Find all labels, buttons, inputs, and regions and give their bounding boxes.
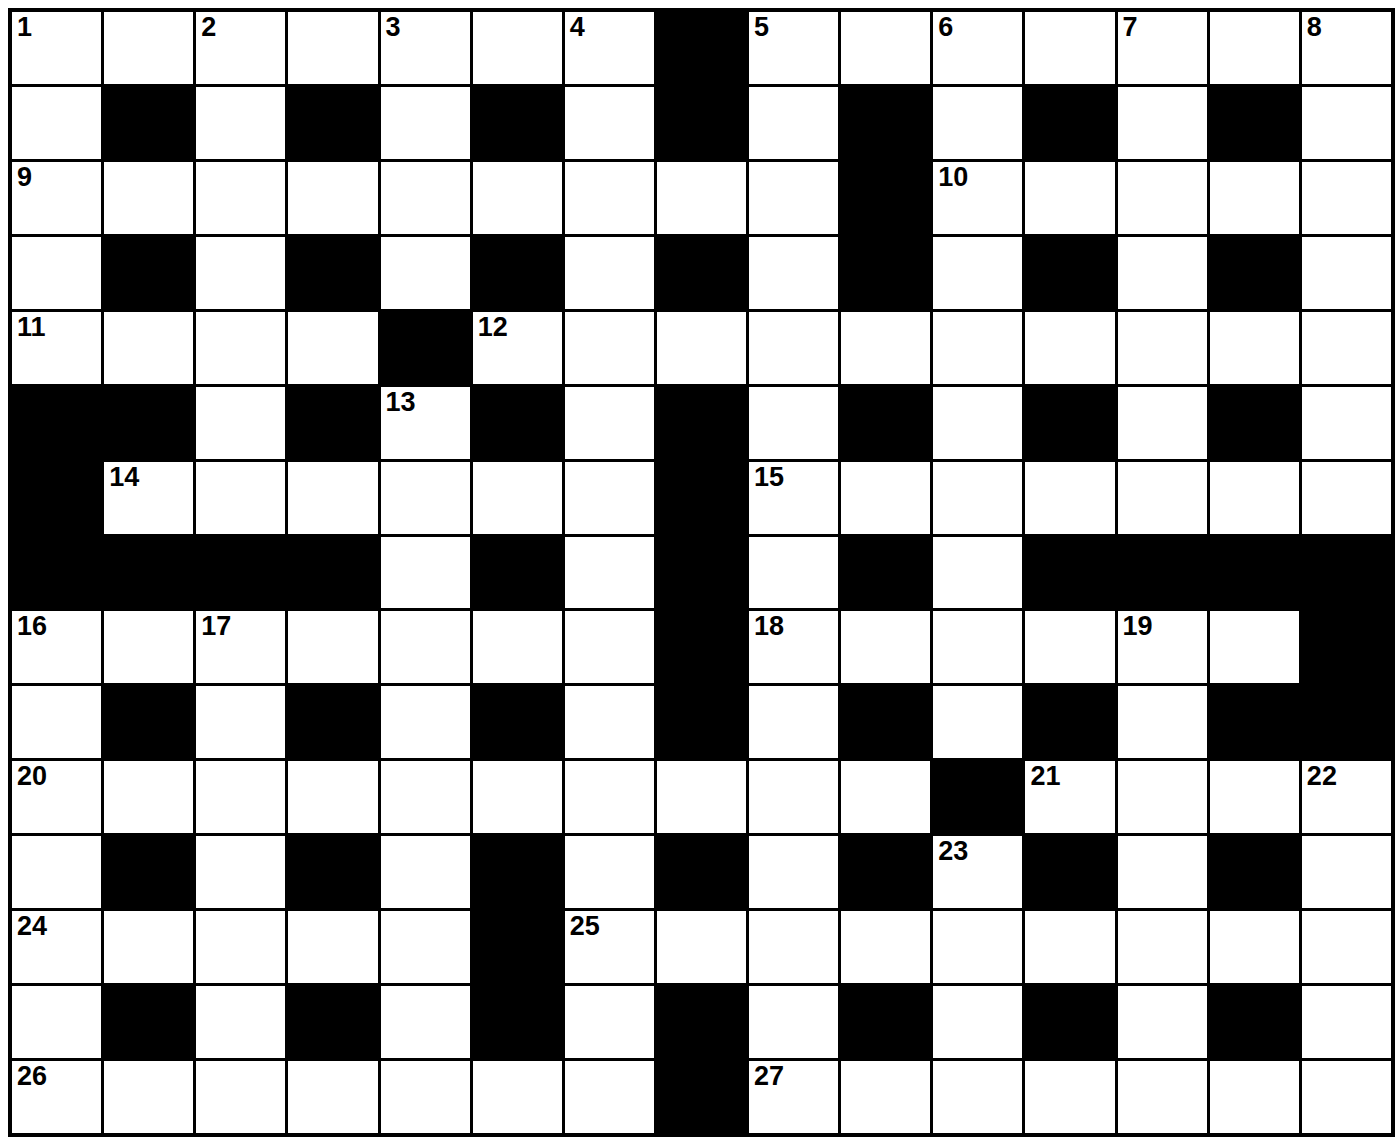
- clue-number-2: 2: [201, 14, 216, 41]
- cell-r8c10: [841, 537, 930, 609]
- cell-r5c14[interactable]: [1210, 312, 1299, 384]
- cell-r14c1[interactable]: [12, 986, 101, 1058]
- cell-r3c3[interactable]: [196, 162, 285, 234]
- cell-r12c6: [473, 836, 562, 908]
- cell-r4c15[interactable]: [1302, 237, 1391, 309]
- clue-number-1: 1: [17, 14, 32, 41]
- cell-r8c6: [473, 537, 562, 609]
- clue-number-24: 24: [17, 913, 47, 940]
- cell-r7c13[interactable]: [1118, 462, 1207, 534]
- cell-r7c7[interactable]: [565, 462, 654, 534]
- cell-r11c2[interactable]: [104, 761, 193, 833]
- cell-r13c10[interactable]: [841, 911, 930, 983]
- clue-number-21: 21: [1030, 763, 1060, 790]
- cell-r9c13[interactable]: 19: [1118, 611, 1207, 683]
- clue-number-19: 19: [1123, 613, 1153, 640]
- cell-r1c1[interactable]: 1: [12, 12, 101, 84]
- cell-r15c3[interactable]: [196, 1061, 285, 1133]
- cell-r1c2[interactable]: [104, 12, 193, 84]
- clue-number-14: 14: [109, 464, 139, 491]
- cell-r13c3[interactable]: [196, 911, 285, 983]
- cell-r10c15: [1302, 686, 1391, 758]
- cell-r13c13[interactable]: [1118, 911, 1207, 983]
- cell-r6c1: [12, 387, 101, 459]
- cell-r1c9[interactable]: 5: [749, 12, 838, 84]
- cell-r13c9[interactable]: [749, 911, 838, 983]
- cell-r15c13[interactable]: [1118, 1061, 1207, 1133]
- cell-r11c14[interactable]: [1210, 761, 1299, 833]
- cell-r6c3[interactable]: [196, 387, 285, 459]
- cell-r3c15[interactable]: [1302, 162, 1391, 234]
- cell-r13c2[interactable]: [104, 911, 193, 983]
- cell-r5c15[interactable]: [1302, 312, 1391, 384]
- cell-r12c14: [1210, 836, 1299, 908]
- cell-r8c12: [1025, 537, 1114, 609]
- cell-r15c11[interactable]: [933, 1061, 1022, 1133]
- cell-r8c13: [1118, 537, 1207, 609]
- cell-r14c15[interactable]: [1302, 986, 1391, 1058]
- cell-r6c6: [473, 387, 562, 459]
- cell-r11c10[interactable]: [841, 761, 930, 833]
- cell-r4c7[interactable]: [565, 237, 654, 309]
- cell-r11c5[interactable]: [381, 761, 470, 833]
- cell-r2c12: [1025, 87, 1114, 159]
- cell-r14c4: [288, 986, 377, 1058]
- crossword-grid: 1234567891011121314151617181920212223242…: [8, 8, 1395, 1137]
- cell-r15c1[interactable]: 26: [12, 1061, 101, 1133]
- cell-r9c12[interactable]: [1025, 611, 1114, 683]
- cell-r5c8[interactable]: [657, 312, 746, 384]
- cell-r12c8: [657, 836, 746, 908]
- cell-r10c2: [104, 686, 193, 758]
- clue-number-6: 6: [938, 14, 953, 41]
- cell-r12c3[interactable]: [196, 836, 285, 908]
- cell-r10c5[interactable]: [381, 686, 470, 758]
- cell-r14c13[interactable]: [1118, 986, 1207, 1058]
- cell-r9c8: [657, 611, 746, 683]
- cell-r13c4[interactable]: [288, 911, 377, 983]
- cell-r11c3[interactable]: [196, 761, 285, 833]
- cell-r2c2: [104, 87, 193, 159]
- cell-r5c7[interactable]: [565, 312, 654, 384]
- cell-r5c9[interactable]: [749, 312, 838, 384]
- cell-r9c3[interactable]: 17: [196, 611, 285, 683]
- cell-r10c10: [841, 686, 930, 758]
- cell-r2c15[interactable]: [1302, 87, 1391, 159]
- cell-r13c8[interactable]: [657, 911, 746, 983]
- cell-r4c1[interactable]: [12, 237, 101, 309]
- cell-r9c14[interactable]: [1210, 611, 1299, 683]
- cell-r2c14: [1210, 87, 1299, 159]
- cell-r7c11[interactable]: [933, 462, 1022, 534]
- cell-r2c4: [288, 87, 377, 159]
- cell-r15c5[interactable]: [381, 1061, 470, 1133]
- cell-r5c1[interactable]: 11: [12, 312, 101, 384]
- clue-number-5: 5: [754, 14, 769, 41]
- cell-r10c3[interactable]: [196, 686, 285, 758]
- cell-r15c7[interactable]: [565, 1061, 654, 1133]
- clue-number-15: 15: [754, 464, 784, 491]
- cell-r5c6[interactable]: 12: [473, 312, 562, 384]
- cell-r11c8[interactable]: [657, 761, 746, 833]
- cell-r2c6: [473, 87, 562, 159]
- cell-r1c6[interactable]: [473, 12, 562, 84]
- cell-r4c10: [841, 237, 930, 309]
- cell-r12c7[interactable]: [565, 836, 654, 908]
- cell-r4c11[interactable]: [933, 237, 1022, 309]
- cell-r15c15[interactable]: [1302, 1061, 1391, 1133]
- clue-number-4: 4: [570, 14, 585, 41]
- cell-r4c8: [657, 237, 746, 309]
- cell-r6c7[interactable]: [565, 387, 654, 459]
- cell-r8c4: [288, 537, 377, 609]
- cell-r6c10: [841, 387, 930, 459]
- cell-r6c12: [1025, 387, 1114, 459]
- cell-r10c4: [288, 686, 377, 758]
- cell-r3c4[interactable]: [288, 162, 377, 234]
- cell-r15c8: [657, 1061, 746, 1133]
- cell-r3c6[interactable]: [473, 162, 562, 234]
- cell-r1c4[interactable]: [288, 12, 377, 84]
- cell-r4c9[interactable]: [749, 237, 838, 309]
- cell-r9c2[interactable]: [104, 611, 193, 683]
- clue-number-25: 25: [570, 913, 600, 940]
- cell-r6c2: [104, 387, 193, 459]
- cell-r2c9[interactable]: [749, 87, 838, 159]
- cell-r12c11[interactable]: 23: [933, 836, 1022, 908]
- cell-r10c13[interactable]: [1118, 686, 1207, 758]
- cell-r14c7[interactable]: [565, 986, 654, 1058]
- cell-r14c10: [841, 986, 930, 1058]
- cell-r2c7[interactable]: [565, 87, 654, 159]
- cell-r5c13[interactable]: [1118, 312, 1207, 384]
- cell-r4c2: [104, 237, 193, 309]
- cell-r15c10[interactable]: [841, 1061, 930, 1133]
- cell-r2c1[interactable]: [12, 87, 101, 159]
- cell-r1c3[interactable]: 2: [196, 12, 285, 84]
- cell-r14c12: [1025, 986, 1114, 1058]
- cell-r7c3[interactable]: [196, 462, 285, 534]
- cell-r2c5[interactable]: [381, 87, 470, 159]
- cell-r6c14: [1210, 387, 1299, 459]
- cell-r5c5: [381, 312, 470, 384]
- cell-r2c11[interactable]: [933, 87, 1022, 159]
- cell-r14c8: [657, 986, 746, 1058]
- cell-r8c1: [12, 537, 101, 609]
- cell-r13c1[interactable]: 24: [12, 911, 101, 983]
- cell-r10c9[interactable]: [749, 686, 838, 758]
- cell-r15c9[interactable]: 27: [749, 1061, 838, 1133]
- clue-number-27: 27: [754, 1063, 784, 1090]
- cell-r5c2[interactable]: [104, 312, 193, 384]
- cell-r6c15[interactable]: [1302, 387, 1391, 459]
- cell-r3c2[interactable]: [104, 162, 193, 234]
- cell-r2c13[interactable]: [1118, 87, 1207, 159]
- cell-r12c1[interactable]: [12, 836, 101, 908]
- cell-r8c14: [1210, 537, 1299, 609]
- cell-r14c6: [473, 986, 562, 1058]
- cell-r11c7[interactable]: [565, 761, 654, 833]
- cell-r1c10[interactable]: [841, 12, 930, 84]
- cell-r4c13[interactable]: [1118, 237, 1207, 309]
- cell-r12c12: [1025, 836, 1114, 908]
- cell-r14c9[interactable]: [749, 986, 838, 1058]
- cell-r7c1: [12, 462, 101, 534]
- cell-r11c12[interactable]: 21: [1025, 761, 1114, 833]
- cell-r3c11[interactable]: 10: [933, 162, 1022, 234]
- cell-r9c6[interactable]: [473, 611, 562, 683]
- cell-r4c4: [288, 237, 377, 309]
- cell-r5c4[interactable]: [288, 312, 377, 384]
- cell-r13c12[interactable]: [1025, 911, 1114, 983]
- cell-r3c8[interactable]: [657, 162, 746, 234]
- cell-r1c7[interactable]: 4: [565, 12, 654, 84]
- cell-r10c6: [473, 686, 562, 758]
- cell-r13c11[interactable]: [933, 911, 1022, 983]
- cell-r14c14: [1210, 986, 1299, 1058]
- cell-r5c11[interactable]: [933, 312, 1022, 384]
- cell-r6c13[interactable]: [1118, 387, 1207, 459]
- cell-r8c15: [1302, 537, 1391, 609]
- cell-r1c8: [657, 12, 746, 84]
- clue-number-23: 23: [938, 838, 968, 865]
- cell-r1c12[interactable]: [1025, 12, 1114, 84]
- cell-r13c15[interactable]: [1302, 911, 1391, 983]
- cell-r8c5[interactable]: [381, 537, 470, 609]
- cell-r12c4: [288, 836, 377, 908]
- cell-r3c10: [841, 162, 930, 234]
- cell-r8c8: [657, 537, 746, 609]
- cell-r1c5[interactable]: 3: [381, 12, 470, 84]
- clue-number-11: 11: [17, 314, 46, 341]
- cell-r10c11[interactable]: [933, 686, 1022, 758]
- clue-number-20: 20: [17, 763, 47, 790]
- cell-r11c6[interactable]: [473, 761, 562, 833]
- cell-r4c6: [473, 237, 562, 309]
- cell-r5c12[interactable]: [1025, 312, 1114, 384]
- cell-r11c13[interactable]: [1118, 761, 1207, 833]
- cell-r9c7[interactable]: [565, 611, 654, 683]
- cell-r1c14[interactable]: [1210, 12, 1299, 84]
- cell-r7c12[interactable]: [1025, 462, 1114, 534]
- cell-r10c1[interactable]: [12, 686, 101, 758]
- cell-r11c9[interactable]: [749, 761, 838, 833]
- cell-r9c9[interactable]: 18: [749, 611, 838, 683]
- cell-r12c2: [104, 836, 193, 908]
- cell-r8c9[interactable]: [749, 537, 838, 609]
- cell-r6c5[interactable]: 13: [381, 387, 470, 459]
- clue-number-26: 26: [17, 1063, 47, 1090]
- cell-r7c6[interactable]: [473, 462, 562, 534]
- clue-number-16: 16: [17, 613, 47, 640]
- cell-r12c10: [841, 836, 930, 908]
- cell-r12c9[interactable]: [749, 836, 838, 908]
- cell-r2c8: [657, 87, 746, 159]
- cell-r7c4[interactable]: [288, 462, 377, 534]
- cell-r4c3[interactable]: [196, 237, 285, 309]
- cell-r15c6[interactable]: [473, 1061, 562, 1133]
- cell-r14c2: [104, 986, 193, 1058]
- cell-r2c10: [841, 87, 930, 159]
- cell-r5c3[interactable]: [196, 312, 285, 384]
- cell-r4c12: [1025, 237, 1114, 309]
- cell-r7c14[interactable]: [1210, 462, 1299, 534]
- cell-r9c5[interactable]: [381, 611, 470, 683]
- clue-number-18: 18: [754, 613, 784, 640]
- cell-r14c5[interactable]: [381, 986, 470, 1058]
- cell-r9c11[interactable]: [933, 611, 1022, 683]
- cell-r10c14: [1210, 686, 1299, 758]
- cell-r13c5[interactable]: [381, 911, 470, 983]
- cell-r5c10[interactable]: [841, 312, 930, 384]
- cell-r3c5[interactable]: [381, 162, 470, 234]
- clue-number-22: 22: [1307, 763, 1337, 790]
- cell-r12c5[interactable]: [381, 836, 470, 908]
- cell-r3c7[interactable]: [565, 162, 654, 234]
- cell-r4c14: [1210, 237, 1299, 309]
- cell-r3c1[interactable]: 9: [12, 162, 101, 234]
- cell-r6c8: [657, 387, 746, 459]
- cell-r8c11[interactable]: [933, 537, 1022, 609]
- cell-r9c1[interactable]: 16: [12, 611, 101, 683]
- cell-r11c1[interactable]: 20: [12, 761, 101, 833]
- cell-r3c14[interactable]: [1210, 162, 1299, 234]
- cell-r6c9[interactable]: [749, 387, 838, 459]
- cell-r3c13[interactable]: [1118, 162, 1207, 234]
- cell-r10c8: [657, 686, 746, 758]
- clue-number-9: 9: [17, 164, 32, 191]
- cell-r8c2: [104, 537, 193, 609]
- cell-r9c15: [1302, 611, 1391, 683]
- cell-r15c12[interactable]: [1025, 1061, 1114, 1133]
- cell-r13c6: [473, 911, 562, 983]
- clue-number-8: 8: [1307, 14, 1322, 41]
- cell-r15c2[interactable]: [104, 1061, 193, 1133]
- cell-r7c15[interactable]: [1302, 462, 1391, 534]
- cell-r6c4: [288, 387, 377, 459]
- cell-r7c9[interactable]: 15: [749, 462, 838, 534]
- cell-r1c13[interactable]: 7: [1118, 12, 1207, 84]
- cell-r13c14[interactable]: [1210, 911, 1299, 983]
- cell-r7c10[interactable]: [841, 462, 930, 534]
- cell-r7c5[interactable]: [381, 462, 470, 534]
- cell-r11c4[interactable]: [288, 761, 377, 833]
- clue-number-13: 13: [386, 389, 416, 416]
- cell-r14c3[interactable]: [196, 986, 285, 1058]
- cell-r9c10[interactable]: [841, 611, 930, 683]
- cell-r15c14[interactable]: [1210, 1061, 1299, 1133]
- cell-r4c5[interactable]: [381, 237, 470, 309]
- cell-r9c4[interactable]: [288, 611, 377, 683]
- cell-r7c2[interactable]: 14: [104, 462, 193, 534]
- cell-r7c8: [657, 462, 746, 534]
- cell-r10c12: [1025, 686, 1114, 758]
- clue-number-10: 10: [938, 164, 968, 191]
- clue-number-17: 17: [201, 613, 231, 640]
- clue-number-7: 7: [1123, 14, 1138, 41]
- cell-r3c9[interactable]: [749, 162, 838, 234]
- cell-r6c11[interactable]: [933, 387, 1022, 459]
- clue-number-12: 12: [478, 314, 508, 341]
- cell-r1c15[interactable]: 8: [1302, 12, 1391, 84]
- cell-r8c3: [196, 537, 285, 609]
- cell-r11c15[interactable]: 22: [1302, 761, 1391, 833]
- cell-r12c13[interactable]: [1118, 836, 1207, 908]
- clue-number-3: 3: [386, 14, 401, 41]
- cell-r2c3[interactable]: [196, 87, 285, 159]
- cell-r1c11[interactable]: 6: [933, 12, 1022, 84]
- cell-r14c11[interactable]: [933, 986, 1022, 1058]
- cell-r12c15[interactable]: [1302, 836, 1391, 908]
- cell-r11c11: [933, 761, 1022, 833]
- cell-r13c7[interactable]: 25: [565, 911, 654, 983]
- cell-r3c12[interactable]: [1025, 162, 1114, 234]
- cell-r8c7[interactable]: [565, 537, 654, 609]
- cell-r10c7[interactable]: [565, 686, 654, 758]
- cell-r15c4[interactable]: [288, 1061, 377, 1133]
